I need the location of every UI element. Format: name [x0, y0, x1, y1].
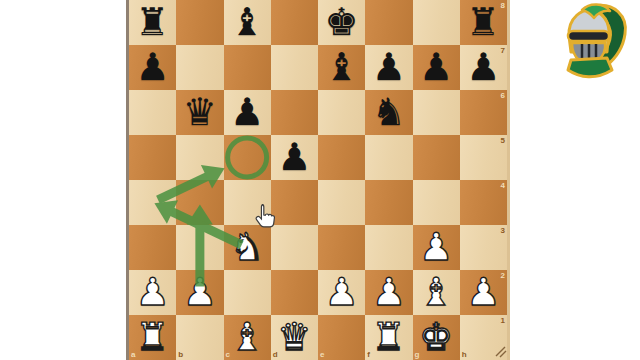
- square-h5[interactable]: 5: [460, 135, 507, 180]
- square-g8[interactable]: [413, 0, 460, 45]
- square-a4[interactable]: [129, 180, 176, 225]
- square-h4[interactable]: 4: [460, 180, 507, 225]
- square-a3[interactable]: [129, 225, 176, 270]
- file-label-c: c: [226, 351, 230, 359]
- square-e3[interactable]: [318, 225, 365, 270]
- square-g5[interactable]: [413, 135, 460, 180]
- square-d7[interactable]: [271, 45, 318, 90]
- square-a5[interactable]: [129, 135, 176, 180]
- file-label-g: g: [415, 351, 420, 359]
- rank-label-1: 1: [501, 317, 505, 325]
- square-h6[interactable]: 6: [460, 90, 507, 135]
- square-g3[interactable]: ♟: [413, 225, 460, 270]
- square-g1[interactable]: ♚g: [413, 315, 460, 360]
- square-b7[interactable]: [176, 45, 223, 90]
- square-d8[interactable]: [271, 0, 318, 45]
- square-d2[interactable]: [271, 270, 318, 315]
- square-b6[interactable]: ♛: [176, 90, 223, 135]
- square-d3[interactable]: [271, 225, 318, 270]
- piece-white-bishop-g2[interactable]: ♝: [413, 270, 460, 315]
- square-b5[interactable]: [176, 135, 223, 180]
- square-b4[interactable]: [176, 180, 223, 225]
- square-a8[interactable]: ♜: [129, 0, 176, 45]
- piece-black-king-e8[interactable]: ♚: [318, 0, 365, 45]
- piece-black-knight-f6[interactable]: ♞: [365, 90, 412, 135]
- square-c5[interactable]: [224, 135, 271, 180]
- piece-white-knight-c3[interactable]: ♞: [224, 225, 271, 270]
- square-c4[interactable]: [224, 180, 271, 225]
- square-d4[interactable]: [271, 180, 318, 225]
- file-label-b: b: [178, 351, 183, 359]
- piece-black-bishop-e7[interactable]: ♝: [318, 45, 365, 90]
- square-a2[interactable]: ♟: [129, 270, 176, 315]
- square-g7[interactable]: ♟: [413, 45, 460, 90]
- rank-label-6: 6: [501, 92, 505, 100]
- rank-label-2: 2: [501, 272, 505, 280]
- square-e7[interactable]: ♝: [318, 45, 365, 90]
- square-h8[interactable]: ♜8: [460, 0, 507, 45]
- piece-black-pawn-g7[interactable]: ♟: [413, 45, 460, 90]
- square-e4[interactable]: [318, 180, 365, 225]
- square-f6[interactable]: ♞: [365, 90, 412, 135]
- piece-white-pawn-a2[interactable]: ♟: [129, 270, 176, 315]
- piece-black-queen-b6[interactable]: ♛: [176, 90, 223, 135]
- square-e6[interactable]: [318, 90, 365, 135]
- square-f8[interactable]: [365, 0, 412, 45]
- square-h7[interactable]: ♟7: [460, 45, 507, 90]
- square-a1[interactable]: ♜a: [129, 315, 176, 360]
- square-a6[interactable]: [129, 90, 176, 135]
- square-c3[interactable]: ♞: [224, 225, 271, 270]
- collar: [568, 58, 612, 77]
- square-f4[interactable]: [365, 180, 412, 225]
- file-label-a: a: [131, 351, 135, 359]
- square-b2[interactable]: ♟: [176, 270, 223, 315]
- file-label-h: h: [462, 351, 467, 359]
- piece-white-king-g1[interactable]: ♚: [413, 315, 460, 360]
- rank-label-4: 4: [501, 182, 505, 190]
- visor-slit: [568, 31, 609, 41]
- piece-white-pawn-e2[interactable]: ♟: [318, 270, 365, 315]
- piece-white-queen-d1[interactable]: ♛: [271, 315, 318, 360]
- square-g4[interactable]: [413, 180, 460, 225]
- file-label-d: d: [273, 351, 278, 359]
- square-f5[interactable]: [365, 135, 412, 180]
- square-b8[interactable]: [176, 0, 223, 45]
- square-c7[interactable]: [224, 45, 271, 90]
- page: ♜♝♚♜8♟♝♟♟♟7♛♟♞6♟54♞♟3♟♟♟♟♝♟2♜ab♝c♛de♜f♚g…: [0, 0, 640, 360]
- green-knight-mascot-logo: [554, 0, 638, 84]
- piece-white-pawn-g3[interactable]: ♟: [413, 225, 460, 270]
- square-g2[interactable]: ♝: [413, 270, 460, 315]
- square-e5[interactable]: [318, 135, 365, 180]
- square-d1[interactable]: ♛d: [271, 315, 318, 360]
- square-f1[interactable]: ♜f: [365, 315, 412, 360]
- piece-black-pawn-f7[interactable]: ♟: [365, 45, 412, 90]
- square-c1[interactable]: ♝c: [224, 315, 271, 360]
- square-h2[interactable]: ♟2: [460, 270, 507, 315]
- board-right-edge: [507, 0, 510, 360]
- square-f3[interactable]: [365, 225, 412, 270]
- square-c8[interactable]: ♝: [224, 0, 271, 45]
- piece-black-pawn-a7[interactable]: ♟: [129, 45, 176, 90]
- square-a7[interactable]: ♟: [129, 45, 176, 90]
- square-g6[interactable]: [413, 90, 460, 135]
- square-d5[interactable]: ♟: [271, 135, 318, 180]
- rank-label-7: 7: [501, 47, 505, 55]
- square-f2[interactable]: ♟: [365, 270, 412, 315]
- file-label-e: e: [320, 351, 324, 359]
- square-h3[interactable]: 3: [460, 225, 507, 270]
- square-d6[interactable]: [271, 90, 318, 135]
- square-e8[interactable]: ♚: [318, 0, 365, 45]
- piece-white-bishop-c1[interactable]: ♝: [224, 315, 271, 360]
- square-e1[interactable]: e: [318, 315, 365, 360]
- square-b3[interactable]: [176, 225, 223, 270]
- piece-white-pawn-f2[interactable]: ♟: [365, 270, 412, 315]
- piece-black-pawn-c6[interactable]: ♟: [224, 90, 271, 135]
- piece-white-pawn-b2[interactable]: ♟: [176, 270, 223, 315]
- square-f7[interactable]: ♟: [365, 45, 412, 90]
- rank-label-8: 8: [501, 2, 505, 10]
- square-c2[interactable]: [224, 270, 271, 315]
- square-b1[interactable]: b: [176, 315, 223, 360]
- piece-white-rook-a1[interactable]: ♜: [129, 315, 176, 360]
- file-label-f: f: [367, 351, 370, 359]
- rank-label-5: 5: [501, 137, 505, 145]
- square-c6[interactable]: ♟: [224, 90, 271, 135]
- chess-board[interactable]: ♜♝♚♜8♟♝♟♟♟7♛♟♞6♟54♞♟3♟♟♟♟♝♟2♜ab♝c♛de♜f♚g…: [129, 0, 507, 360]
- square-e2[interactable]: ♟: [318, 270, 365, 315]
- piece-white-rook-f1[interactable]: ♜: [365, 315, 412, 360]
- piece-black-rook-a8[interactable]: ♜: [129, 0, 176, 45]
- rank-label-3: 3: [501, 227, 505, 235]
- piece-black-bishop-c8[interactable]: ♝: [224, 0, 271, 45]
- board-resize-handle[interactable]: [494, 345, 507, 358]
- piece-black-pawn-d5[interactable]: ♟: [271, 135, 318, 180]
